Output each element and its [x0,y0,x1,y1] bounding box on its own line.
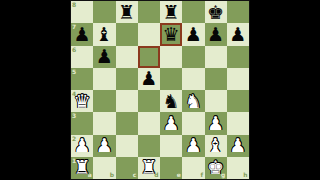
square-b1[interactable]: b [93,157,115,179]
white-queen[interactable]: ♛ [74,91,91,110]
square-e5[interactable] [160,68,182,90]
file-label-f: f [200,172,203,178]
square-a1[interactable]: 1a♜ [71,157,93,179]
square-c7[interactable] [116,23,138,45]
square-e7[interactable]: ♛ [160,23,182,45]
square-c2[interactable] [116,135,138,157]
square-d7[interactable] [138,23,160,45]
square-b3[interactable] [93,112,115,134]
square-c5[interactable] [116,68,138,90]
square-c1[interactable]: c [116,157,138,179]
white-rook[interactable]: ♜ [140,158,157,177]
square-f8[interactable] [182,1,204,23]
black-pawn[interactable]: ♟ [207,24,224,43]
square-d4[interactable] [138,90,160,112]
square-e8[interactable]: ♜ [160,1,182,23]
square-b5[interactable] [93,68,115,90]
square-d6[interactable] [138,46,160,68]
square-h2[interactable]: ♟ [227,135,249,157]
chess-board[interactable]: 8♜♜♚7♟♝♛♟♟♟6♟5♟4♛♞♞3♟♟2♟♟♟♝♟1a♜bcd♜efg♚h [70,0,250,180]
square-d8[interactable] [138,1,160,23]
square-c4[interactable] [116,90,138,112]
square-g5[interactable] [205,68,227,90]
square-g6[interactable] [205,46,227,68]
screenshot-background: 8♜♜♚7♟♝♛♟♟♟6♟5♟4♛♞♞3♟♟2♟♟♟♝♟1a♜bcd♜efg♚h [0,0,320,180]
square-a7[interactable]: 7♟ [71,23,93,45]
square-e4[interactable]: ♞ [160,90,182,112]
black-pawn[interactable]: ♟ [185,24,202,43]
black-bishop[interactable]: ♝ [96,24,113,43]
black-pawn[interactable]: ♟ [229,24,246,43]
square-f3[interactable] [182,112,204,134]
white-pawn[interactable]: ♟ [185,136,202,155]
rank-label-5: 5 [72,69,76,75]
square-g2[interactable]: ♝ [205,135,227,157]
black-rook[interactable]: ♜ [118,2,135,21]
square-a8[interactable]: 8 [71,1,93,23]
square-c6[interactable] [116,46,138,68]
square-b7[interactable]: ♝ [93,23,115,45]
square-f5[interactable] [182,68,204,90]
square-d3[interactable] [138,112,160,134]
square-b2[interactable]: ♟ [93,135,115,157]
square-g4[interactable] [205,90,227,112]
white-pawn[interactable]: ♟ [229,136,246,155]
square-h4[interactable] [227,90,249,112]
square-a3[interactable]: 3 [71,112,93,134]
file-label-h: h [243,172,247,178]
square-f7[interactable]: ♟ [182,23,204,45]
rank-label-3: 3 [72,113,76,119]
file-label-c: c [133,172,137,178]
white-king[interactable]: ♚ [207,158,224,177]
square-g3[interactable]: ♟ [205,112,227,134]
square-a6[interactable]: 6 [71,46,93,68]
black-knight[interactable]: ♞ [163,91,180,110]
white-rook[interactable]: ♜ [74,158,91,177]
square-g1[interactable]: g♚ [205,157,227,179]
file-label-b: b [110,172,114,178]
square-e3[interactable]: ♟ [160,112,182,134]
square-f4[interactable]: ♞ [182,90,204,112]
square-h6[interactable] [227,46,249,68]
square-e6[interactable] [160,46,182,68]
square-d5[interactable]: ♟ [138,68,160,90]
square-b8[interactable] [93,1,115,23]
square-b4[interactable] [93,90,115,112]
black-king[interactable]: ♚ [207,2,224,21]
black-pawn[interactable]: ♟ [96,47,113,66]
white-bishop[interactable]: ♝ [207,136,224,155]
white-knight[interactable]: ♞ [185,91,202,110]
white-pawn[interactable]: ♟ [207,113,224,132]
square-c8[interactable]: ♜ [116,1,138,23]
square-d1[interactable]: d♜ [138,157,160,179]
square-a2[interactable]: 2♟ [71,135,93,157]
square-b6[interactable]: ♟ [93,46,115,68]
square-h3[interactable] [227,112,249,134]
square-d2[interactable] [138,135,160,157]
square-f2[interactable]: ♟ [182,135,204,157]
rank-label-8: 8 [72,2,76,8]
square-g8[interactable]: ♚ [205,1,227,23]
square-h7[interactable]: ♟ [227,23,249,45]
rank-label-6: 6 [72,47,76,53]
square-c3[interactable] [116,112,138,134]
square-h5[interactable] [227,68,249,90]
square-e2[interactable] [160,135,182,157]
square-f6[interactable] [182,46,204,68]
square-f1[interactable]: f [182,157,204,179]
square-a5[interactable]: 5 [71,68,93,90]
square-h1[interactable]: h [227,157,249,179]
white-pawn[interactable]: ♟ [163,113,180,132]
black-pawn[interactable]: ♟ [140,69,157,88]
square-e1[interactable]: e [160,157,182,179]
white-pawn[interactable]: ♟ [74,136,91,155]
file-label-e: e [177,172,181,178]
square-g7[interactable]: ♟ [205,23,227,45]
square-a4[interactable]: 4♛ [71,90,93,112]
white-pawn[interactable]: ♟ [96,136,113,155]
black-rook[interactable]: ♜ [163,2,180,21]
black-queen[interactable]: ♛ [163,24,180,43]
black-pawn[interactable]: ♟ [74,24,91,43]
square-h8[interactable] [227,1,249,23]
